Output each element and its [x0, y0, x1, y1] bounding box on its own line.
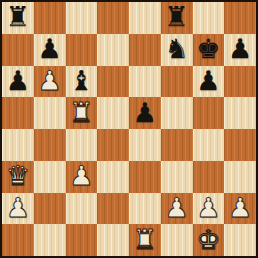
square-g2[interactable]: ♟ — [193, 193, 225, 225]
square-d8[interactable] — [97, 2, 129, 34]
square-b2[interactable] — [34, 193, 66, 225]
square-c4[interactable] — [66, 129, 98, 161]
square-h5[interactable] — [224, 97, 256, 129]
black-knight-f7[interactable]: ♞ — [165, 35, 189, 62]
square-f3[interactable] — [161, 161, 193, 193]
square-h8[interactable] — [224, 2, 256, 34]
square-a8[interactable]: ♜ — [2, 2, 34, 34]
square-e7[interactable] — [129, 34, 161, 66]
square-c5[interactable]: ♜ — [66, 97, 98, 129]
white-queen-a3[interactable]: ♛ — [6, 162, 30, 189]
black-rook-f8[interactable]: ♜ — [165, 3, 189, 30]
white-pawn-g2[interactable]: ♟ — [196, 194, 220, 221]
square-g6[interactable]: ♟ — [193, 66, 225, 98]
square-h3[interactable] — [224, 161, 256, 193]
square-e8[interactable] — [129, 2, 161, 34]
square-c7[interactable] — [66, 34, 98, 66]
square-f4[interactable] — [161, 129, 193, 161]
white-pawn-b6[interactable]: ♟ — [38, 67, 62, 94]
square-b3[interactable] — [34, 161, 66, 193]
white-pawn-f2[interactable]: ♟ — [165, 194, 189, 221]
square-b1[interactable] — [34, 224, 66, 256]
white-pawn-h2[interactable]: ♟ — [228, 194, 252, 221]
chess-board: ♜♜♟♞♚♟♟♟♝♟♜♟♛♟♟♟♟♟♜♚ — [0, 0, 258, 258]
black-pawn-e5[interactable]: ♟ — [133, 99, 157, 126]
square-a1[interactable] — [2, 224, 34, 256]
square-f7[interactable]: ♞ — [161, 34, 193, 66]
square-d2[interactable] — [97, 193, 129, 225]
square-b8[interactable] — [34, 2, 66, 34]
chess-board-window: ♜♜♟♞♚♟♟♟♝♟♜♟♛♟♟♟♟♟♜♚ — [0, 0, 258, 258]
black-pawn-b7[interactable]: ♟ — [38, 35, 62, 62]
square-e4[interactable] — [129, 129, 161, 161]
square-d1[interactable] — [97, 224, 129, 256]
square-h1[interactable] — [224, 224, 256, 256]
square-h6[interactable] — [224, 66, 256, 98]
square-g5[interactable] — [193, 97, 225, 129]
square-e1[interactable]: ♜ — [129, 224, 161, 256]
square-a6[interactable]: ♟ — [2, 66, 34, 98]
square-a5[interactable] — [2, 97, 34, 129]
square-b5[interactable] — [34, 97, 66, 129]
square-a7[interactable] — [2, 34, 34, 66]
square-e5[interactable]: ♟ — [129, 97, 161, 129]
square-f2[interactable]: ♟ — [161, 193, 193, 225]
square-b6[interactable]: ♟ — [34, 66, 66, 98]
square-e6[interactable] — [129, 66, 161, 98]
white-rook-c5[interactable]: ♜ — [69, 99, 93, 126]
square-h4[interactable] — [224, 129, 256, 161]
square-b4[interactable] — [34, 129, 66, 161]
white-pawn-c3[interactable]: ♟ — [69, 162, 93, 189]
square-d6[interactable] — [97, 66, 129, 98]
black-bishop-c6[interactable]: ♝ — [69, 67, 93, 94]
white-rook-e1[interactable]: ♜ — [133, 226, 157, 253]
square-g4[interactable] — [193, 129, 225, 161]
black-rook-a8[interactable]: ♜ — [6, 3, 30, 30]
square-f8[interactable]: ♜ — [161, 2, 193, 34]
square-f5[interactable] — [161, 97, 193, 129]
square-c1[interactable] — [66, 224, 98, 256]
square-g3[interactable] — [193, 161, 225, 193]
square-b7[interactable]: ♟ — [34, 34, 66, 66]
black-pawn-a6[interactable]: ♟ — [6, 67, 30, 94]
square-d4[interactable] — [97, 129, 129, 161]
square-c3[interactable]: ♟ — [66, 161, 98, 193]
square-h7[interactable]: ♟ — [224, 34, 256, 66]
square-h2[interactable]: ♟ — [224, 193, 256, 225]
white-pawn-a2[interactable]: ♟ — [6, 194, 30, 221]
square-e2[interactable] — [129, 193, 161, 225]
square-c2[interactable] — [66, 193, 98, 225]
square-f1[interactable] — [161, 224, 193, 256]
square-a2[interactable]: ♟ — [2, 193, 34, 225]
square-c6[interactable]: ♝ — [66, 66, 98, 98]
square-a3[interactable]: ♛ — [2, 161, 34, 193]
square-e3[interactable] — [129, 161, 161, 193]
black-pawn-g6[interactable]: ♟ — [196, 67, 220, 94]
white-king-g1[interactable]: ♚ — [196, 226, 220, 253]
square-g1[interactable]: ♚ — [193, 224, 225, 256]
square-g8[interactable] — [193, 2, 225, 34]
square-f6[interactable] — [161, 66, 193, 98]
black-pawn-h7[interactable]: ♟ — [228, 35, 252, 62]
square-d7[interactable] — [97, 34, 129, 66]
square-c8[interactable] — [66, 2, 98, 34]
black-king-g7[interactable]: ♚ — [196, 35, 220, 62]
square-g7[interactable]: ♚ — [193, 34, 225, 66]
square-d3[interactable] — [97, 161, 129, 193]
square-d5[interactable] — [97, 97, 129, 129]
square-a4[interactable] — [2, 129, 34, 161]
